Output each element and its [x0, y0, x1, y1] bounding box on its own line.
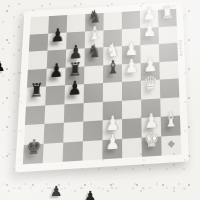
square-e4: [103, 82, 122, 102]
square-f3: [122, 99, 141, 119]
square-h6: [63, 141, 83, 162]
square-a8: [30, 16, 49, 34]
square-f5: [83, 101, 103, 121]
square-g1: ♝: [161, 116, 181, 136]
square-h2: ♚: [142, 136, 162, 157]
square-c5: ♞: [84, 47, 103, 66]
square-e3: [122, 81, 141, 101]
captured-black-piece: ♟: [84, 188, 97, 200]
square-e8: ♜: [26, 86, 46, 106]
wb-g1: ♝: [163, 110, 178, 131]
square-e2: ♛: [141, 80, 160, 100]
square-c1: [159, 43, 178, 62]
photo-scene: ♞♟♜♟♝♟♟♞♞♟♟♜♝♟♟♜♟♛♟♟♝♚♟♚❖ Queen ♟ ♟ ♟: [0, 0, 200, 200]
square-g5: [83, 120, 103, 141]
captured-black-piece: ♟: [50, 183, 63, 199]
square-b8: [29, 33, 48, 51]
square-d5: [84, 65, 103, 84]
bp-b7: ♟: [50, 27, 64, 46]
wp-b2: ♟: [142, 22, 156, 41]
bn-c5: ♞: [87, 42, 101, 61]
square-f7: [44, 104, 64, 124]
square-b2: ♟: [140, 27, 159, 45]
br-e8: ♜: [29, 81, 44, 101]
square-d4: ♝: [103, 64, 122, 83]
square-h5: [82, 140, 102, 161]
square-a3: [122, 11, 140, 29]
square-g6: [63, 122, 83, 143]
board-grid: ♞♟♜♟♝♟♟♞♞♟♟♜♝♟♟♜♟♛♟♟♝♚♟♚❖: [23, 9, 182, 165]
bk-h8: ♚: [26, 138, 42, 160]
square-e7: [45, 85, 65, 105]
square-e1: [160, 78, 180, 98]
wr-a1: ♜: [160, 4, 174, 22]
square-e5: [84, 83, 103, 103]
square-e6: ♟: [64, 84, 84, 104]
square-d1: [159, 60, 178, 79]
square-g3: [122, 118, 142, 138]
square-d7: ♟: [46, 67, 66, 86]
board-brand-text: Queen: [178, 40, 184, 57]
square-a1: ♜: [158, 9, 177, 27]
square-h8: ♚: [23, 143, 44, 164]
bb-d4: ♝: [105, 59, 119, 79]
square-b1: [158, 26, 177, 44]
captured-black-piece: ♟: [0, 58, 6, 74]
chess-board: ♞♟♜♟♝♟♟♞♞♟♟♜♝♟♟♜♟♛♟♟♝♚♟♚❖ Queen: [15, 2, 189, 172]
wk-h2: ♚: [144, 130, 159, 151]
bp-e6: ♟: [67, 79, 82, 99]
wp-h4: ♟: [105, 133, 120, 155]
square-h3: [122, 137, 142, 158]
square-g7: [44, 123, 64, 144]
square-h1: ❖: [161, 135, 181, 156]
square-c8: [28, 51, 48, 70]
square-f6: [64, 103, 84, 123]
square-f8: [25, 105, 45, 125]
wq-e2: ♛: [143, 74, 157, 94]
square-b7: ♟: [48, 32, 67, 50]
square-h7: [43, 142, 64, 163]
board-corner-emblem: ❖: [167, 140, 176, 150]
square-d3: ♟: [122, 63, 141, 82]
square-a6: [67, 14, 86, 32]
wp-d3: ♟: [124, 58, 138, 78]
square-a4: [103, 12, 121, 30]
square-h4: ♟: [102, 138, 122, 159]
bp-d7: ♟: [49, 62, 64, 82]
